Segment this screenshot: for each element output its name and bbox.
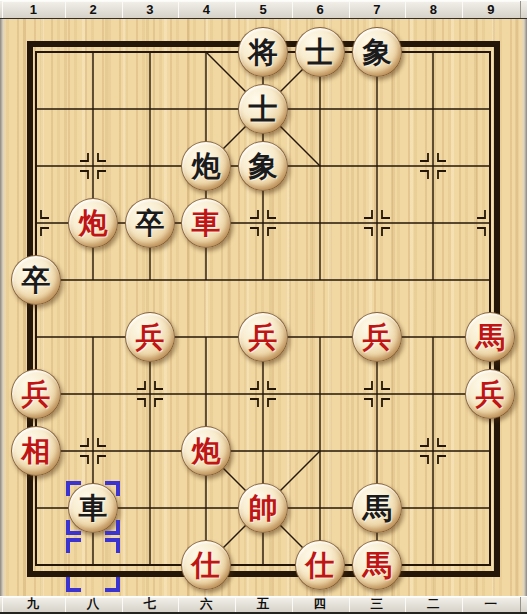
piece-red-advisor[interactable]: 仕	[295, 540, 345, 590]
piece-glyph: 兵	[476, 380, 505, 409]
board-frame-bevel-left	[0, 19, 6, 596]
top-file-label-8: 8	[405, 1, 463, 18]
bottom-file-label-4: 六	[178, 597, 236, 612]
top-file-label-4: 4	[178, 1, 236, 18]
piece-glyph: 仕	[192, 551, 221, 580]
piece-glyph: 車	[79, 494, 108, 523]
piece-glyph: 馬	[363, 494, 392, 523]
bottom-file-label-1: 九	[2, 597, 66, 612]
piece-glyph: 炮	[192, 437, 221, 466]
top-file-label-9: 9	[462, 1, 522, 18]
piece-glyph: 士	[306, 38, 335, 67]
piece-glyph: 炮	[79, 209, 108, 238]
piece-red-horse[interactable]: 馬	[465, 312, 515, 362]
piece-glyph: 象	[363, 38, 392, 67]
top-file-label-1: 1	[2, 1, 66, 18]
bottom-file-label-8: 二	[405, 597, 463, 612]
piece-glyph: 車	[192, 209, 221, 238]
piece-glyph: 兵	[136, 323, 165, 352]
bottom-file-label-2: 八	[65, 597, 123, 612]
bottom-file-label-5: 五	[235, 597, 293, 612]
piece-red-cannon[interactable]: 炮	[68, 198, 118, 248]
piece-red-pawn[interactable]: 兵	[352, 312, 402, 362]
piece-glyph: 馬	[476, 323, 505, 352]
piece-black-pawn[interactable]: 卒	[125, 198, 175, 248]
piece-black-elephant[interactable]: 象	[238, 141, 288, 191]
xiangqi-app-window: 123456789 九八七六五四三二一 将士象士炮象炮卒車卒兵兵兵馬兵兵相炮車帥…	[0, 0, 527, 614]
piece-black-cannon[interactable]: 炮	[181, 141, 231, 191]
bottom-coordinate-bar: 九八七六五四三二一	[0, 596, 527, 614]
piece-glyph: 兵	[249, 323, 278, 352]
top-file-label-7: 7	[349, 1, 407, 18]
piece-glyph: 兵	[22, 380, 51, 409]
piece-glyph: 卒	[136, 209, 165, 238]
piece-red-elephant[interactable]: 相	[11, 426, 61, 476]
piece-red-pawn[interactable]: 兵	[11, 369, 61, 419]
piece-black-pawn[interactable]: 卒	[11, 255, 61, 305]
piece-red-pawn[interactable]: 兵	[465, 369, 515, 419]
piece-glyph: 仕	[306, 551, 335, 580]
piece-black-horse[interactable]: 馬	[352, 483, 402, 533]
bottom-file-label-9: 一	[462, 597, 522, 612]
piece-glyph: 兵	[363, 323, 392, 352]
piece-glyph: 将	[249, 38, 278, 67]
piece-glyph: 士	[249, 95, 278, 124]
piece-red-king[interactable]: 帥	[238, 483, 288, 533]
top-coordinate-bar: 123456789	[0, 0, 527, 19]
piece-glyph: 帥	[249, 494, 278, 523]
piece-red-pawn[interactable]: 兵	[238, 312, 288, 362]
piece-glyph: 象	[249, 152, 278, 181]
piece-glyph: 相	[22, 437, 51, 466]
piece-glyph: 卒	[22, 266, 51, 295]
piece-black-advisor[interactable]: 士	[295, 27, 345, 77]
bottom-file-label-3: 七	[122, 597, 180, 612]
piece-black-elephant[interactable]: 象	[352, 27, 402, 77]
top-file-label-2: 2	[65, 1, 123, 18]
top-file-label-6: 6	[292, 1, 350, 18]
piece-red-cannon[interactable]: 炮	[181, 426, 231, 476]
bottom-file-label-6: 四	[292, 597, 350, 612]
top-file-label-3: 3	[122, 1, 180, 18]
piece-black-chariot[interactable]: 車	[68, 483, 118, 533]
piece-red-pawn[interactable]: 兵	[125, 312, 175, 362]
piece-black-advisor[interactable]: 士	[238, 84, 288, 134]
piece-black-king[interactable]: 将	[238, 27, 288, 77]
piece-red-horse[interactable]: 馬	[352, 540, 402, 590]
piece-glyph: 馬	[363, 551, 392, 580]
top-file-label-5: 5	[235, 1, 293, 18]
piece-red-advisor[interactable]: 仕	[181, 540, 231, 590]
board-frame-bevel-right	[521, 19, 527, 596]
piece-glyph: 炮	[192, 152, 221, 181]
piece-red-chariot[interactable]: 車	[181, 198, 231, 248]
bottom-file-label-7: 三	[349, 597, 407, 612]
